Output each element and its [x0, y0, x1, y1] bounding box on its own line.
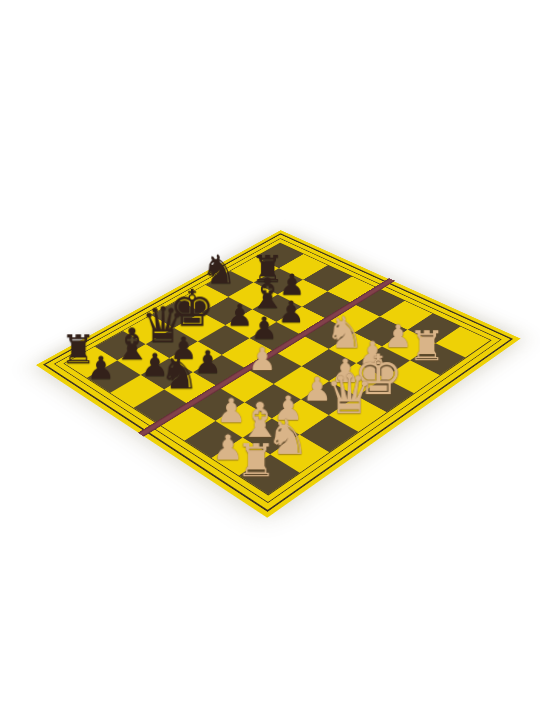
piece-dark-pawn-d5: ♟ [246, 313, 283, 344]
chessboard: ♜♟♟♜♞♝♟♞♟♟♟♟♚♚♟♟♛♛♟♟♟♝♟♞♟♝♞♜♟♟♜ [36, 230, 521, 518]
product-photo-background: ♜♟♟♜♞♝♟♞♟♟♟♟♚♚♟♟♛♛♟♟♟♝♟♞♟♝♞♜♟♟♜ [0, 0, 540, 720]
piece-light-pawn-e4: ♟ [243, 343, 282, 375]
piece-dark-knight-d2: ♞ [159, 351, 198, 396]
board-squares: ♜♟♟♜♞♝♟♞♟♟♟♟♚♚♟♟♛♛♟♟♟♝♟♞♟♝♞♜♟♟♜ [63, 243, 491, 496]
piece-light-rook-h7: ♜ [408, 325, 447, 366]
piece-light-queen-h4: ♛ [325, 368, 366, 422]
piece-dark-pawn-b1: ♟ [82, 352, 120, 383]
piece-light-rook-h1: ♜ [235, 438, 278, 484]
